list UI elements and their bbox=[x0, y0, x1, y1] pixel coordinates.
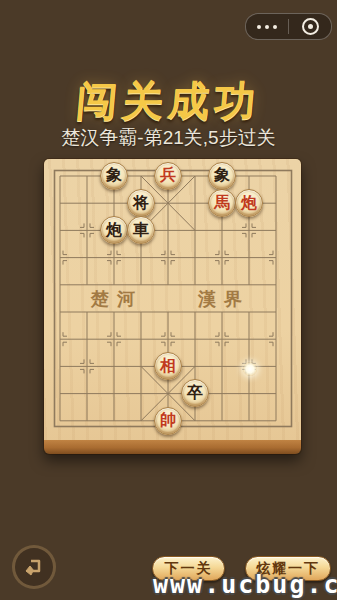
piece-character: 帥 bbox=[160, 412, 176, 428]
wechat-capsule bbox=[245, 13, 332, 40]
xiangqi-board: 楚河 漢界 象兵象将馬炮炮車相卒帥 bbox=[44, 159, 301, 454]
return-arrow-icon bbox=[22, 555, 46, 579]
piece-character: 車 bbox=[133, 222, 149, 238]
piece-character: 相 bbox=[160, 358, 176, 374]
piece-black-卒[interactable]: 卒 bbox=[181, 379, 209, 407]
site-watermark: www.ucbug.cc bbox=[153, 570, 337, 599]
highlight-sparkle-dot bbox=[243, 362, 257, 376]
piece-red-炮[interactable]: 炮 bbox=[235, 189, 263, 217]
target-circle-icon bbox=[302, 18, 319, 35]
piece-character: 炮 bbox=[241, 195, 257, 211]
piece-character: 兵 bbox=[160, 167, 176, 183]
piece-black-象[interactable]: 象 bbox=[100, 162, 128, 190]
piece-character: 将 bbox=[133, 195, 149, 211]
piece-red-兵[interactable]: 兵 bbox=[154, 162, 182, 190]
pieces-layer: 象兵象将馬炮炮車相卒帥 bbox=[47, 162, 290, 434]
piece-character: 象 bbox=[214, 167, 230, 183]
piece-black-車[interactable]: 車 bbox=[127, 216, 155, 244]
piece-black-象[interactable]: 象 bbox=[208, 162, 236, 190]
piece-character: 象 bbox=[106, 167, 122, 183]
exit-button[interactable] bbox=[289, 14, 331, 39]
piece-black-将[interactable]: 将 bbox=[127, 189, 155, 217]
piece-character: 卒 bbox=[187, 385, 203, 401]
piece-red-馬[interactable]: 馬 bbox=[208, 189, 236, 217]
board-3d-edge bbox=[44, 440, 301, 454]
piece-red-相[interactable]: 相 bbox=[154, 352, 182, 380]
level-subtitle: 楚汉争霸-第21关,5步过关 bbox=[0, 125, 337, 151]
piece-character: 馬 bbox=[214, 195, 230, 211]
more-button[interactable] bbox=[246, 14, 288, 39]
page-title: 闯关成功 bbox=[0, 74, 337, 129]
ellipsis-icon bbox=[257, 25, 277, 29]
piece-black-炮[interactable]: 炮 bbox=[100, 216, 128, 244]
piece-character: 炮 bbox=[106, 222, 122, 238]
back-button[interactable] bbox=[12, 545, 56, 589]
piece-red-帥[interactable]: 帥 bbox=[154, 407, 182, 435]
app-screen: 闯关成功 楚汉争霸-第21关,5步过关 楚河 漢界 象兵象将馬炮炮車相卒帥 bbox=[0, 0, 337, 600]
